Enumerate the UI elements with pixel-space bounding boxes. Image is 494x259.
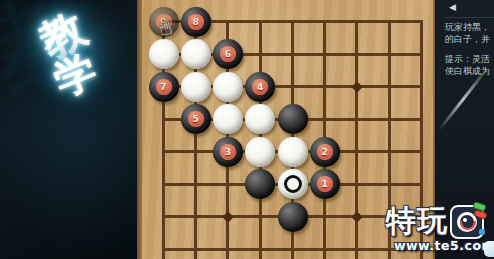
- move-number-badge: 4: [252, 79, 268, 95]
- te5-net-icon: [450, 205, 484, 239]
- stone-white: [149, 39, 179, 69]
- te5-url: www.te5.com: [394, 238, 494, 253]
- instruction-line-3: 提示：灵活: [445, 53, 494, 65]
- move-number-badge: 1: [317, 176, 333, 192]
- te5-brand-text: 特玩: [386, 201, 448, 242]
- corner-art-fragment: [484, 241, 494, 257]
- move-number-badge: 2: [317, 144, 333, 160]
- stone-black-3: 3: [213, 137, 243, 167]
- stone-white: [213, 72, 243, 102]
- left-art-panel: 教 教 学: [0, 0, 137, 259]
- move-number-badge: 5: [188, 111, 204, 127]
- move-number-badge: 6: [220, 46, 236, 62]
- te5-watermark: 特玩 www.te5.com: [386, 201, 494, 259]
- collapse-arrow-icon[interactable]: ◀: [449, 2, 456, 12]
- stone-white: [278, 169, 308, 199]
- stone-white: [181, 39, 211, 69]
- blue-tab-icon: [479, 229, 485, 235]
- move-number-badge: 8: [188, 14, 204, 30]
- instruction-line-2: 的白子，并: [445, 33, 494, 45]
- circle-marker: [284, 175, 302, 193]
- move-number-badge: 7: [156, 79, 172, 95]
- stone-black-2: 2: [310, 137, 340, 167]
- panel-divider: [444, 17, 494, 18]
- stone-white: [278, 137, 308, 167]
- light-streak-decoration: [438, 68, 488, 131]
- move-number-badge: 3: [220, 144, 236, 160]
- stone-black-8: 8: [181, 7, 211, 37]
- stone-black-6: 6: [213, 39, 243, 69]
- instruction-text: 玩家持黑， 的白子，并 提示：灵活 使白棋成为: [445, 21, 494, 77]
- stone-white: [245, 137, 275, 167]
- stone-black-7: 7: [149, 72, 179, 102]
- stone-white: [213, 104, 243, 134]
- stone-black-1: 1: [310, 169, 340, 199]
- stone-black: [278, 104, 308, 134]
- stone-black-4: 4: [245, 72, 275, 102]
- board-left-edge: [137, 0, 142, 259]
- instruction-line-4: 使白棋成为: [445, 65, 494, 77]
- stone-white: [181, 72, 211, 102]
- te5-brand-row: 特玩: [386, 201, 484, 242]
- stone-black: [278, 202, 308, 232]
- stone-black-5: 5: [181, 104, 211, 134]
- screenshot-root: 教 教 学 986745321 ☝ ◀ 玩家持黑， 的白子，并 提示：灵活 使白…: [0, 0, 494, 259]
- instruction-line-1: 玩家持黑，: [445, 21, 494, 33]
